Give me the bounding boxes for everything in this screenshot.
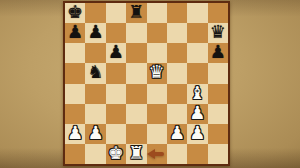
- black-knight-b5: ♞: [87, 63, 103, 81]
- square-d1[interactable]: ♜: [126, 144, 146, 164]
- square-e4[interactable]: [147, 84, 167, 104]
- square-a7[interactable]: ♟: [65, 23, 85, 43]
- square-h3[interactable]: [208, 104, 228, 124]
- square-a5[interactable]: [65, 63, 85, 83]
- square-c3[interactable]: [106, 104, 126, 124]
- square-e2[interactable]: [147, 124, 167, 144]
- square-f6[interactable]: [167, 43, 187, 63]
- square-b2[interactable]: ♟: [85, 124, 105, 144]
- chess-board: ♚♜♟♟♛♟♟♞♛♝♟♟♟♟♟♚♜: [63, 1, 230, 166]
- square-f3[interactable]: [167, 104, 187, 124]
- square-g8[interactable]: [187, 3, 207, 23]
- square-c7[interactable]: [106, 23, 126, 43]
- square-h1[interactable]: [208, 144, 228, 164]
- square-a4[interactable]: [65, 84, 85, 104]
- square-f8[interactable]: [167, 3, 187, 23]
- square-d6[interactable]: [126, 43, 146, 63]
- square-c5[interactable]: [106, 63, 126, 83]
- square-b5[interactable]: ♞: [85, 63, 105, 83]
- square-d8[interactable]: ♜: [126, 3, 146, 23]
- white-pawn-g2: ♟: [189, 124, 205, 142]
- square-g4[interactable]: ♝: [187, 84, 207, 104]
- square-e3[interactable]: [147, 104, 167, 124]
- square-d7[interactable]: [126, 23, 146, 43]
- square-h5[interactable]: [208, 63, 228, 83]
- square-b7[interactable]: ♟: [85, 23, 105, 43]
- square-a6[interactable]: [65, 43, 85, 63]
- square-f5[interactable]: [167, 63, 187, 83]
- black-pawn-c6: ♟: [108, 43, 124, 61]
- square-h4[interactable]: [208, 84, 228, 104]
- arrow-shaft: [155, 152, 164, 156]
- square-f2[interactable]: ♟: [167, 124, 187, 144]
- square-h2[interactable]: [208, 124, 228, 144]
- square-h6[interactable]: ♟: [208, 43, 228, 63]
- square-g2[interactable]: ♟: [187, 124, 207, 144]
- square-d4[interactable]: [126, 84, 146, 104]
- black-king-a8: ♚: [67, 3, 83, 21]
- white-pawn-g3: ♟: [189, 104, 205, 122]
- black-pawn-h6: ♟: [210, 43, 226, 61]
- square-f4[interactable]: [167, 84, 187, 104]
- square-g3[interactable]: ♟: [187, 104, 207, 124]
- white-king-c1: ♚: [108, 144, 124, 162]
- black-pawn-b7: ♟: [87, 23, 103, 41]
- black-queen-h7: ♛: [210, 23, 226, 41]
- square-b8[interactable]: [85, 3, 105, 23]
- square-g6[interactable]: [187, 43, 207, 63]
- arrow-head-icon: [147, 149, 155, 159]
- square-a8[interactable]: ♚: [65, 3, 85, 23]
- square-a2[interactable]: ♟: [65, 124, 85, 144]
- square-e8[interactable]: [147, 3, 167, 23]
- square-b6[interactable]: [85, 43, 105, 63]
- square-d5[interactable]: [126, 63, 146, 83]
- square-a3[interactable]: [65, 104, 85, 124]
- square-f7[interactable]: [167, 23, 187, 43]
- white-queen-e5: ♛: [149, 63, 165, 81]
- black-pawn-a7: ♟: [67, 23, 83, 41]
- square-c1[interactable]: ♚: [106, 144, 126, 164]
- square-b1[interactable]: [85, 144, 105, 164]
- square-b4[interactable]: [85, 84, 105, 104]
- square-h7[interactable]: ♛: [208, 23, 228, 43]
- white-pawn-a2: ♟: [67, 124, 83, 142]
- last-move-arrow-icon: [147, 149, 164, 159]
- square-e5[interactable]: ♛: [147, 63, 167, 83]
- square-a1[interactable]: [65, 144, 85, 164]
- square-g7[interactable]: [187, 23, 207, 43]
- white-bishop-g4: ♝: [189, 84, 205, 102]
- square-e7[interactable]: [147, 23, 167, 43]
- square-c4[interactable]: [106, 84, 126, 104]
- square-c8[interactable]: [106, 3, 126, 23]
- square-f1[interactable]: [167, 144, 187, 164]
- black-rook-d8: ♜: [128, 3, 144, 21]
- square-c6[interactable]: ♟: [106, 43, 126, 63]
- square-g1[interactable]: [187, 144, 207, 164]
- square-e1[interactable]: [147, 144, 167, 164]
- white-pawn-b2: ♟: [87, 124, 103, 142]
- square-d2[interactable]: [126, 124, 146, 144]
- square-d3[interactable]: [126, 104, 146, 124]
- square-h8[interactable]: [208, 3, 228, 23]
- square-g5[interactable]: [187, 63, 207, 83]
- video-frame: ♚♜♟♟♛♟♟♞♛♝♟♟♟♟♟♚♜: [0, 0, 300, 168]
- white-rook-d1: ♜: [128, 144, 144, 162]
- square-e6[interactable]: [147, 43, 167, 63]
- square-b3[interactable]: [85, 104, 105, 124]
- white-pawn-f2: ♟: [169, 124, 185, 142]
- square-c2[interactable]: [106, 124, 126, 144]
